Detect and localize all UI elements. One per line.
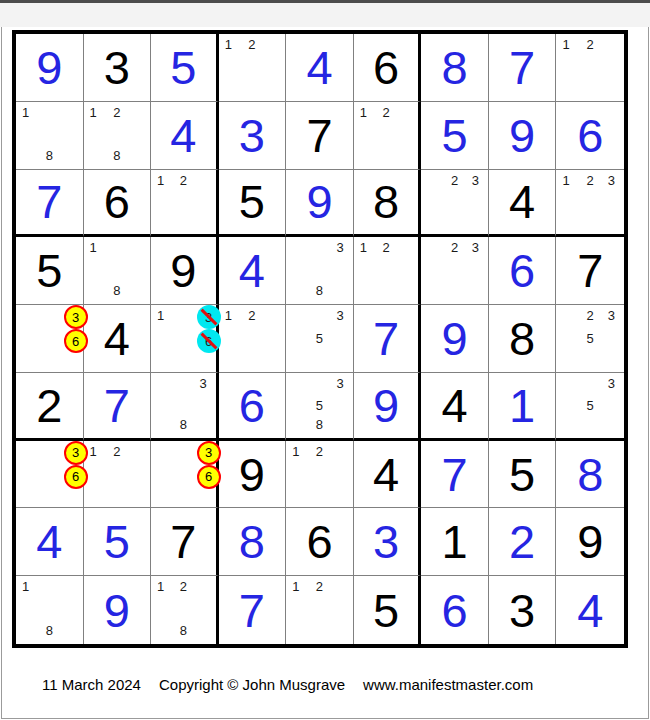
pencil-mark: 1 (562, 174, 569, 187)
solved-digit: 9 (442, 315, 468, 362)
cell-r9c6[interactable]: 5 (354, 576, 422, 644)
cell-r4c5[interactable]: 38 (286, 237, 354, 305)
candidate-highlight-yellow: 6 (64, 465, 88, 489)
cell-r8c5[interactable]: 6 (286, 508, 354, 576)
cell-r3c5[interactable]: 9 (286, 170, 354, 238)
cell-r8c9[interactable]: 9 (556, 508, 624, 576)
solved-digit: 6 (239, 382, 265, 429)
cell-r6c7[interactable]: 4 (421, 373, 489, 441)
cell-r2c8[interactable]: 9 (489, 102, 557, 170)
cell-r1c9[interactable]: 12 (556, 34, 624, 102)
cell-r8c1[interactable]: 4 (16, 508, 84, 576)
pencil-mark: 3 (337, 377, 344, 390)
cell-r6c2[interactable]: 7 (84, 373, 152, 441)
cell-r4c2[interactable]: 18 (84, 237, 152, 305)
cell-r1c5[interactable]: 4 (286, 34, 354, 102)
cell-r5c2[interactable]: 4 (84, 305, 152, 373)
given-digit: 4 (373, 451, 399, 498)
pencil-mark: 8 (113, 149, 120, 162)
pencil-mark: 3 (472, 174, 479, 187)
candidate-highlight-cyan-struck: 6 (197, 329, 221, 353)
candidate-digit: 6 (205, 470, 212, 483)
given-digit: 9 (170, 247, 196, 294)
pencil-mark: 2 (316, 580, 323, 593)
pencil-mark: 1 (90, 106, 97, 119)
cell-r7c1[interactable]: 36 (16, 441, 84, 509)
given-digit: 8 (509, 315, 535, 362)
pencil-mark: 5 (587, 332, 594, 345)
cell-r3c7[interactable]: 23 (421, 170, 489, 238)
cell-r6c1[interactable]: 2 (16, 373, 84, 441)
pencil-mark: 1 (157, 309, 164, 322)
pencil-mark: 2 (587, 174, 594, 187)
cell-r6c8[interactable]: 1 (489, 373, 557, 441)
candidate-highlight-yellow: 6 (64, 329, 88, 353)
pencil-mark: 2 (180, 580, 187, 593)
solved-digit: 7 (509, 44, 535, 91)
given-digit: 4 (509, 178, 535, 225)
cell-r8c7[interactable]: 1 (421, 508, 489, 576)
pencil-mark: 2 (451, 241, 458, 254)
given-digit: 3 (104, 44, 130, 91)
pencil-mark: 2 (316, 445, 323, 458)
pencil-mark: 3 (608, 377, 615, 390)
cell-r5c4[interactable]: 12 (219, 305, 287, 373)
cell-r8c6[interactable]: 3 (354, 508, 422, 576)
pencil-mark: 8 (46, 149, 53, 162)
solved-digit: 4 (577, 587, 603, 634)
footer-website: www.manifestmaster.com (363, 676, 533, 693)
cell-r9c4[interactable]: 7 (219, 576, 287, 644)
pencil-mark: 8 (316, 284, 323, 297)
cell-r9c5[interactable]: 12 (286, 576, 354, 644)
cell-r5c8[interactable]: 8 (489, 305, 557, 373)
candidate-highlight-cyan-struck: 3 (197, 305, 221, 329)
given-digit: 2 (36, 382, 62, 429)
cell-r8c8[interactable]: 2 (489, 508, 557, 576)
cell-r3c9[interactable]: 123 (556, 170, 624, 238)
pencil-mark: 2 (587, 309, 594, 322)
pencil-mark: 8 (180, 624, 187, 637)
cell-r2c9[interactable]: 6 (556, 102, 624, 170)
solved-digit: 9 (509, 112, 535, 159)
cell-r3c1[interactable]: 7 (16, 170, 84, 238)
cell-r2c3[interactable]: 4 (151, 102, 219, 170)
cell-r7c6[interactable]: 4 (354, 441, 422, 509)
given-digit: 7 (170, 518, 196, 565)
pencil-mark: 8 (113, 284, 120, 297)
cell-r1c3[interactable]: 5 (151, 34, 219, 102)
cell-r4c8[interactable]: 6 (489, 237, 557, 305)
pencil-mark: 1 (292, 580, 299, 593)
cell-r1c7[interactable]: 8 (421, 34, 489, 102)
pencil-mark: 2 (248, 38, 255, 51)
candidate-highlight-yellow: 3 (197, 441, 221, 465)
pencil-mark: 3 (608, 174, 615, 187)
footer: 11 March 2024 Copyright © John Musgrave … (42, 676, 533, 693)
cell-r1c6[interactable]: 6 (354, 34, 422, 102)
pencil-mark: 1 (90, 445, 97, 458)
cell-r2c5[interactable]: 7 (286, 102, 354, 170)
given-digit: 5 (239, 178, 265, 225)
pencil-mark: 1 (157, 174, 164, 187)
solved-digit: 8 (577, 451, 603, 498)
pencil-mark: 1 (292, 445, 299, 458)
pencil-mark: 3 (337, 309, 344, 322)
cell-r9c1[interactable]: 18 (16, 576, 84, 644)
cell-r6c9[interactable]: 35 (556, 373, 624, 441)
cell-r2c2[interactable]: 128 (84, 102, 152, 170)
pencil-mark: 5 (316, 332, 323, 345)
solved-digit: 7 (36, 178, 62, 225)
cell-r6c4[interactable]: 6 (219, 373, 287, 441)
pencil-mark: 1 (225, 309, 232, 322)
cell-r4c6[interactable]: 12 (354, 237, 422, 305)
pencil-mark: 2 (382, 241, 389, 254)
cell-r2c7[interactable]: 5 (421, 102, 489, 170)
solved-digit: 2 (509, 518, 535, 565)
given-digit: 9 (577, 518, 603, 565)
cell-r7c5[interactable]: 12 (286, 441, 354, 509)
cell-r1c1[interactable]: 9 (16, 34, 84, 102)
solved-digit: 3 (239, 112, 265, 159)
solved-digit: 5 (104, 518, 130, 565)
given-digit: 8 (373, 178, 399, 225)
pencil-mark: 3 (337, 241, 344, 254)
pencil-mark: 2 (451, 174, 458, 187)
cell-r1c4[interactable]: 12 (219, 34, 287, 102)
cell-r7c8[interactable]: 5 (489, 441, 557, 509)
pencil-mark: 2 (382, 106, 389, 119)
candidate-highlight-yellow: 3 (64, 441, 88, 465)
pencil-mark: 1 (360, 106, 367, 119)
top-strip (0, 0, 650, 27)
cell-r8c2[interactable]: 5 (84, 508, 152, 576)
solved-digit: 6 (442, 587, 468, 634)
solved-digit: 5 (170, 44, 196, 91)
cell-r4c1[interactable]: 5 (16, 237, 84, 305)
cell-r4c3[interactable]: 9 (151, 237, 219, 305)
cell-r5c1[interactable]: 36 (16, 305, 84, 373)
pencil-mark: 1 (22, 580, 29, 593)
solved-digit: 9 (36, 44, 62, 91)
candidate-digit: 3 (205, 446, 212, 459)
given-digit: 5 (36, 247, 62, 294)
cell-r4c9[interactable]: 7 (556, 237, 624, 305)
pencil-mark: 3 (608, 309, 615, 322)
cell-r5c5[interactable]: 35 (286, 305, 354, 373)
pencil-mark: 2 (248, 309, 255, 322)
candidate-digit: 6 (72, 335, 79, 348)
pencil-mark: 5 (587, 399, 594, 412)
cell-r3c6[interactable]: 8 (354, 170, 422, 238)
given-digit: 5 (509, 451, 535, 498)
solved-digit: 9 (306, 178, 332, 225)
cell-r8c3[interactable]: 7 (151, 508, 219, 576)
pencil-mark: 5 (316, 399, 323, 412)
solved-digit: 9 (104, 587, 130, 634)
cell-r7c7[interactable]: 7 (421, 441, 489, 509)
cell-r9c7[interactable]: 6 (421, 576, 489, 644)
cell-r6c5[interactable]: 358 (286, 373, 354, 441)
cell-r9c8[interactable]: 3 (489, 576, 557, 644)
cell-r5c7[interactable]: 9 (421, 305, 489, 373)
given-digit: 4 (104, 315, 130, 362)
cell-r5c3[interactable]: 136 (151, 305, 219, 373)
solved-digit: 3 (373, 518, 399, 565)
solved-digit: 7 (442, 451, 468, 498)
given-digit: 6 (306, 518, 332, 565)
candidate-digit: 6 (72, 470, 79, 483)
pencil-mark: 1 (90, 241, 97, 254)
given-digit: 9 (239, 451, 265, 498)
pencil-mark: 2 (587, 38, 594, 51)
footer-copyright: Copyright © John Musgrave (159, 676, 345, 693)
cell-r3c2[interactable]: 6 (84, 170, 152, 238)
pencil-mark: 2 (180, 174, 187, 187)
pencil-mark: 1 (225, 38, 232, 51)
cell-r3c4[interactable]: 5 (219, 170, 287, 238)
pencil-mark: 8 (46, 624, 53, 637)
pencil-mark: 3 (199, 377, 206, 390)
cell-r5c9[interactable]: 235 (556, 305, 624, 373)
pencil-mark: 2 (113, 106, 120, 119)
solved-digit: 9 (373, 382, 399, 429)
solved-digit: 4 (239, 247, 265, 294)
given-digit: 4 (442, 382, 468, 429)
cell-r3c8[interactable]: 4 (489, 170, 557, 238)
solved-digit: 4 (36, 518, 62, 565)
given-digit: 3 (509, 587, 535, 634)
candidate-digit: 3 (72, 446, 79, 459)
pencil-mark: 8 (316, 418, 323, 431)
cell-r7c2[interactable]: 12 (84, 441, 152, 509)
given-digit: 5 (373, 587, 399, 634)
cell-r4c7[interactable]: 23 (421, 237, 489, 305)
cell-r1c2[interactable]: 3 (84, 34, 152, 102)
pencil-mark: 3 (472, 241, 479, 254)
given-digit: 1 (442, 518, 468, 565)
pencil-mark: 1 (360, 241, 367, 254)
given-digit: 6 (104, 178, 130, 225)
solved-digit: 5 (442, 112, 468, 159)
solved-digit: 4 (306, 44, 332, 91)
candidate-digit: 3 (72, 311, 79, 324)
candidate-highlight-yellow: 3 (64, 305, 88, 329)
solved-digit: 8 (442, 44, 468, 91)
pencil-mark: 1 (22, 106, 29, 119)
solved-digit: 8 (239, 518, 265, 565)
cell-r2c6[interactable]: 12 (354, 102, 422, 170)
solved-digit: 6 (577, 112, 603, 159)
cell-r3c3[interactable]: 12 (151, 170, 219, 238)
cell-r4c4[interactable]: 4 (219, 237, 287, 305)
cell-r9c3[interactable]: 128 (151, 576, 219, 644)
cell-r9c9[interactable]: 4 (556, 576, 624, 644)
cell-r8c4[interactable]: 8 (219, 508, 287, 576)
sudoku-grid: 9351246871218128437125967612598234123518… (12, 30, 628, 648)
footer-date: 11 March 2024 (42, 676, 141, 693)
cell-r2c4[interactable]: 3 (219, 102, 287, 170)
cell-r2c1[interactable]: 18 (16, 102, 84, 170)
cell-r6c3[interactable]: 38 (151, 373, 219, 441)
solved-digit: 7 (373, 315, 399, 362)
cell-r6c6[interactable]: 9 (354, 373, 422, 441)
candidate-highlight-yellow: 6 (197, 465, 221, 489)
pencil-mark: 2 (113, 445, 120, 458)
given-digit: 6 (373, 44, 399, 91)
cell-r7c9[interactable]: 8 (556, 441, 624, 509)
given-digit: 7 (577, 247, 603, 294)
cell-r5c6[interactable]: 7 (354, 305, 422, 373)
pencil-mark: 8 (180, 418, 187, 431)
solved-digit: 1 (509, 382, 535, 429)
sudoku-page: { "game": "sudoku", "position": { "rows_… (0, 0, 650, 720)
solved-digit: 7 (239, 587, 265, 634)
pencil-mark: 1 (157, 580, 164, 593)
given-digit: 7 (306, 112, 332, 159)
pencil-mark: 1 (562, 38, 569, 51)
solved-digit: 4 (170, 112, 196, 159)
cell-r7c3[interactable]: 36 (151, 441, 219, 509)
solved-digit: 6 (509, 247, 535, 294)
cell-r9c2[interactable]: 9 (84, 576, 152, 644)
solved-digit: 7 (104, 382, 130, 429)
cell-r7c4[interactable]: 9 (219, 441, 287, 509)
cell-r1c8[interactable]: 7 (489, 34, 557, 102)
